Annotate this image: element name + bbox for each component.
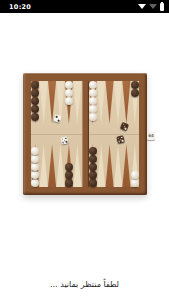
point-triangle — [105, 144, 113, 187]
white-checker — [31, 163, 39, 171]
die-pip — [118, 141, 120, 143]
clock: 10:20 — [9, 3, 31, 11]
fold-seam — [89, 134, 140, 135]
point-bottom-2 — [39, 144, 47, 187]
point-bottom-6 — [73, 144, 81, 187]
white-checker — [131, 179, 139, 187]
white-checker — [131, 171, 139, 179]
point-triangle — [48, 144, 56, 187]
fold-seam — [31, 134, 82, 135]
white-checker — [31, 171, 39, 179]
doubling-cube: 64 — [147, 132, 155, 140]
backgammon-board: 64 — [23, 73, 147, 195]
loading-caption: لطفاً منتظر بمانید ... — [0, 280, 169, 289]
die-pip — [122, 140, 124, 142]
status-icons — [138, 3, 164, 11]
point-top-2 — [39, 81, 47, 124]
board-half — [89, 81, 140, 187]
point-triangle — [73, 81, 81, 124]
point-bottom-1 — [31, 144, 39, 187]
point-triangle — [114, 81, 122, 124]
die-pip — [56, 116, 58, 118]
die-pip — [62, 142, 64, 144]
point-triangle — [114, 144, 122, 187]
dark-checker — [31, 113, 39, 121]
white-checker — [31, 155, 39, 163]
points-row — [31, 144, 82, 187]
point-triangle — [122, 144, 130, 187]
point-bottom-5 — [65, 144, 73, 187]
white-checker — [89, 97, 97, 105]
point-bottom-7 — [89, 144, 97, 187]
white-checker — [31, 179, 39, 187]
status-bar: 10:20 — [0, 0, 169, 13]
dark-checker — [89, 155, 97, 163]
dark-checker — [65, 179, 73, 187]
point-top-7 — [89, 81, 97, 124]
dark-checker — [31, 89, 39, 97]
dark-checker — [31, 105, 39, 113]
point-bottom-9 — [105, 144, 113, 187]
point-bottom-11 — [122, 144, 130, 187]
point-top-10 — [114, 81, 122, 124]
white-checker — [65, 97, 73, 105]
point-top-12 — [131, 81, 139, 124]
dark-checker — [131, 81, 139, 89]
wifi-icon — [138, 4, 146, 9]
point-top-9 — [105, 81, 113, 124]
die-pip — [66, 141, 68, 143]
point-triangle — [56, 144, 64, 187]
dark-checker — [31, 81, 39, 89]
white-checker — [89, 89, 97, 97]
point-top-6 — [73, 81, 81, 124]
board-half — [31, 81, 82, 187]
point-bottom-4 — [56, 144, 64, 187]
dark-checker — [89, 179, 97, 187]
white-checker — [89, 113, 97, 121]
dark-checker — [65, 171, 73, 179]
white-checker — [89, 105, 97, 113]
dark-checker — [89, 147, 97, 155]
point-top-8 — [97, 81, 105, 124]
white-checker — [31, 147, 39, 155]
point-bottom-10 — [114, 144, 122, 187]
point-triangle — [105, 81, 113, 124]
dark-checker — [89, 163, 97, 171]
point-triangle — [39, 144, 47, 187]
point-triangle — [122, 81, 130, 124]
white-die — [60, 136, 68, 144]
dark-checker — [89, 171, 97, 179]
die-pip — [124, 128, 126, 130]
die-pip — [57, 119, 59, 121]
signal-icon — [149, 4, 157, 9]
dark-checker — [131, 89, 139, 97]
battery-icon — [160, 3, 164, 11]
white-checker — [65, 81, 73, 89]
white-checker — [65, 89, 73, 97]
point-bottom-12 — [131, 144, 139, 187]
point-top-5 — [65, 81, 73, 124]
center-bar — [82, 81, 89, 187]
point-top-1 — [31, 81, 39, 124]
point-triangle — [39, 81, 47, 124]
point-bottom-3 — [48, 144, 56, 187]
point-bottom-8 — [97, 144, 105, 187]
points-row — [89, 144, 140, 187]
point-triangle — [97, 81, 105, 124]
white-checker — [89, 81, 97, 89]
point-triangle — [97, 144, 105, 187]
dark-checker — [31, 97, 39, 105]
point-triangle — [73, 144, 81, 187]
points-row — [89, 81, 140, 124]
point-top-11 — [122, 81, 130, 124]
board-photo[interactable]: 64 — [0, 13, 169, 223]
dark-checker — [65, 163, 73, 171]
